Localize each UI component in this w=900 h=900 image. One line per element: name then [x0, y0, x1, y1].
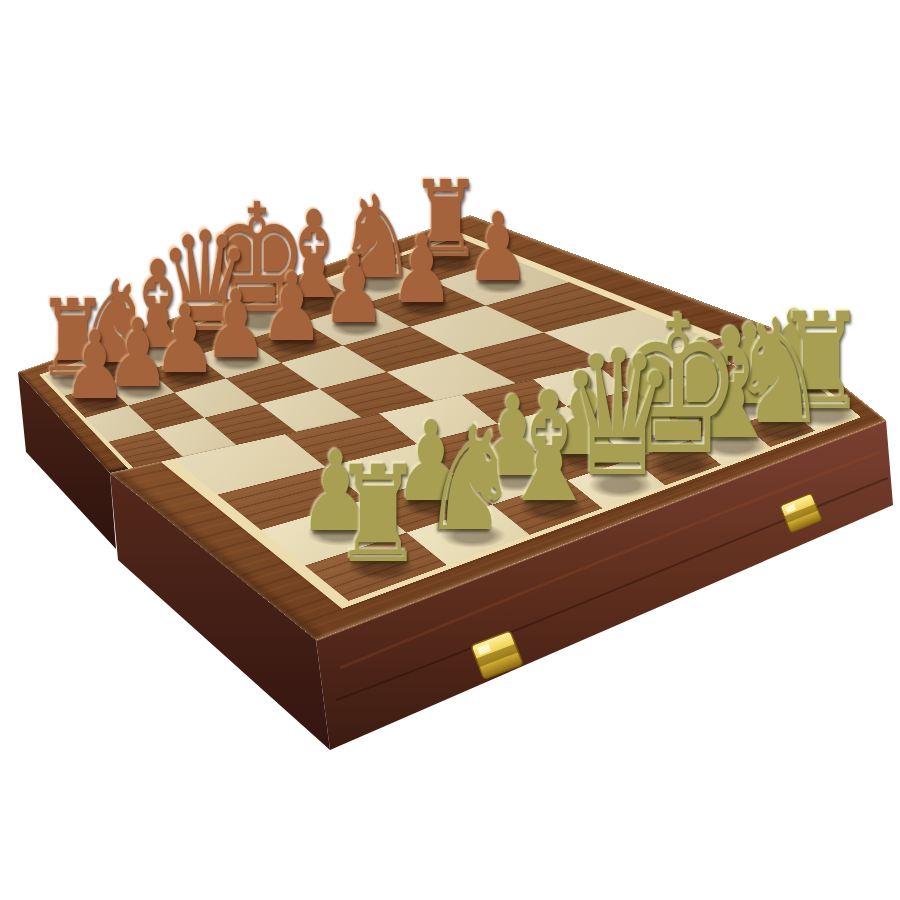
pieces-layer: ♜♞♝♛♚♝♞♜♟♟♟♟♟♟♟♟♟♟♟♟♟♟♟♟♜♞♝♛♚♝♞♜	[0, 0, 900, 900]
product-photo-chess-set: ♜♞♝♛♚♝♞♜♟♟♟♟♟♟♟♟♟♟♟♟♟♟♟♟♜♞♝♛♚♝♞♜	[0, 0, 900, 900]
pawn-glyph: ♟	[1, 319, 188, 413]
rook-glyph: ♜	[285, 449, 472, 582]
